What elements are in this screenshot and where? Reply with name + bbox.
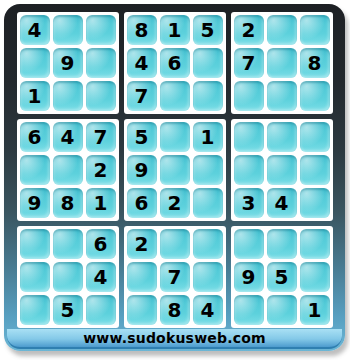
cell-r3c6[interactable] [193,81,223,111]
cell-r9c8[interactable] [267,295,297,325]
sudoku-board: 491 815467 278 6472981 51962 34 645 2784… [4,4,345,328]
cell-r3c8[interactable] [267,81,297,111]
cell-r3c5[interactable] [160,81,190,111]
cell-r9c6[interactable]: 4 [193,295,223,325]
cell-r1c2[interactable] [53,15,83,45]
cell-r6c7[interactable]: 3 [234,188,264,218]
cell-r2c5[interactable]: 6 [160,48,190,78]
block-9: 951 [231,226,333,328]
cell-r6c2[interactable]: 8 [53,188,83,218]
cell-r3c3[interactable] [86,81,116,111]
cell-r6c3[interactable]: 1 [86,188,116,218]
cell-r2c6[interactable] [193,48,223,78]
cell-r8c7[interactable]: 9 [234,262,264,292]
cell-r2c9[interactable]: 8 [300,48,330,78]
cell-r4c2[interactable]: 4 [53,122,83,152]
cell-r7c5[interactable] [160,229,190,259]
cell-r8c2[interactable] [53,262,83,292]
cell-r3c1[interactable]: 1 [20,81,50,111]
cell-r3c4[interactable]: 7 [127,81,157,111]
cell-r1c1[interactable]: 4 [20,15,50,45]
cell-r1c6[interactable]: 5 [193,15,223,45]
cell-r9c3[interactable] [86,295,116,325]
block-4: 6472981 [17,119,119,221]
cell-r2c2[interactable]: 9 [53,48,83,78]
cell-r8c6[interactable] [193,262,223,292]
cell-r6c9[interactable] [300,188,330,218]
cell-r7c3[interactable]: 6 [86,229,116,259]
block-5: 51962 [124,119,226,221]
block-7: 645 [17,226,119,328]
cell-r7c2[interactable] [53,229,83,259]
cell-r2c8[interactable] [267,48,297,78]
cell-r9c1[interactable] [20,295,50,325]
cell-r9c2[interactable]: 5 [53,295,83,325]
cell-r7c4[interactable]: 2 [127,229,157,259]
cell-r7c9[interactable] [300,229,330,259]
cell-r8c8[interactable]: 5 [267,262,297,292]
cell-r2c4[interactable]: 4 [127,48,157,78]
cell-r3c9[interactable] [300,81,330,111]
cell-r1c5[interactable]: 1 [160,15,190,45]
cell-r5c2[interactable] [53,155,83,185]
cell-r6c4[interactable]: 6 [127,188,157,218]
cell-r9c4[interactable] [127,295,157,325]
block-1: 491 [17,12,119,114]
cell-r2c7[interactable]: 7 [234,48,264,78]
cell-r8c5[interactable]: 7 [160,262,190,292]
block-6: 34 [231,119,333,221]
cell-r1c3[interactable] [86,15,116,45]
cell-r3c2[interactable] [53,81,83,111]
cell-r9c7[interactable] [234,295,264,325]
cell-r4c6[interactable]: 1 [193,122,223,152]
cell-r1c8[interactable] [267,15,297,45]
cell-r7c1[interactable] [20,229,50,259]
cell-r1c4[interactable]: 8 [127,15,157,45]
cell-r4c8[interactable] [267,122,297,152]
block-2: 815467 [124,12,226,114]
cell-r4c3[interactable]: 7 [86,122,116,152]
cell-r3c7[interactable] [234,81,264,111]
footer-band: www.sudokusweb.com [7,329,342,349]
cell-r2c1[interactable] [20,48,50,78]
cell-r5c1[interactable] [20,155,50,185]
block-8: 2784 [124,226,226,328]
cell-r4c9[interactable] [300,122,330,152]
cell-r4c5[interactable] [160,122,190,152]
cell-r1c9[interactable] [300,15,330,45]
sudoku-board-panel: 491 815467 278 6472981 51962 34 645 2784… [4,4,345,351]
cell-r2c3[interactable] [86,48,116,78]
cell-r5c9[interactable] [300,155,330,185]
cell-r5c3[interactable]: 2 [86,155,116,185]
cell-r8c4[interactable] [127,262,157,292]
cell-r8c3[interactable]: 4 [86,262,116,292]
cell-r5c6[interactable] [193,155,223,185]
cell-r4c7[interactable] [234,122,264,152]
cell-r7c8[interactable] [267,229,297,259]
cell-r8c1[interactable] [20,262,50,292]
cell-r5c7[interactable] [234,155,264,185]
cell-r4c1[interactable]: 6 [20,122,50,152]
cell-r6c1[interactable]: 9 [20,188,50,218]
cell-r1c7[interactable]: 2 [234,15,264,45]
cell-r9c5[interactable]: 8 [160,295,190,325]
cell-r6c6[interactable] [193,188,223,218]
site-url[interactable]: www.sudokusweb.com [83,330,266,346]
cell-r8c9[interactable] [300,262,330,292]
cell-r9c9[interactable]: 1 [300,295,330,325]
cell-r7c7[interactable] [234,229,264,259]
cell-r5c8[interactable] [267,155,297,185]
cell-r4c4[interactable]: 5 [127,122,157,152]
cell-r5c4[interactable]: 9 [127,155,157,185]
cell-r7c6[interactable] [193,229,223,259]
block-3: 278 [231,12,333,114]
cell-r6c5[interactable]: 2 [160,188,190,218]
cell-r6c8[interactable]: 4 [267,188,297,218]
cell-r5c5[interactable] [160,155,190,185]
